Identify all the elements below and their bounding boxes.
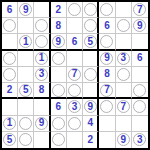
cell-r5c5[interactable]: 7 <box>67 67 83 83</box>
odd-circle <box>68 84 81 97</box>
cell-r7c3[interactable] <box>34 99 50 115</box>
odd-circle: 9 <box>52 35 65 48</box>
odd-circle <box>100 100 113 113</box>
cell-digit: 4 <box>87 118 93 128</box>
cell-digit: 8 <box>104 69 110 79</box>
cell-r4c7[interactable]: 9 <box>99 51 115 67</box>
cell-digit: 6 <box>104 21 110 31</box>
cell-r4c6[interactable] <box>83 51 99 67</box>
odd-circle: 1 <box>19 35 32 48</box>
sudoku-board: 692786919651936378258763971945293 <box>0 0 150 150</box>
cell-r6c4[interactable] <box>51 83 67 99</box>
cell-digit: 3 <box>137 135 143 145</box>
cell-r7c9[interactable] <box>132 99 148 115</box>
cell-r9c7[interactable] <box>99 132 115 148</box>
cell-r1c8[interactable] <box>116 2 132 18</box>
cell-digit: 1 <box>23 37 29 47</box>
cell-r6c5[interactable] <box>67 83 83 99</box>
cell-r4c1[interactable] <box>2 51 18 67</box>
cell-r6c7[interactable]: 7 <box>99 83 115 99</box>
cell-digit: 9 <box>55 37 61 47</box>
cell-r5c8[interactable] <box>116 67 132 83</box>
cell-r9c8[interactable]: 9 <box>116 132 132 148</box>
cell-r8c8[interactable] <box>116 116 132 132</box>
cell-r7c4[interactable]: 6 <box>51 99 67 115</box>
cell-r9c1[interactable]: 5 <box>2 132 18 148</box>
odd-circle: 3 <box>35 68 48 81</box>
cell-digit: 5 <box>87 37 93 47</box>
cell-r4c8[interactable]: 3 <box>116 51 132 67</box>
cell-r4c9[interactable]: 6 <box>132 51 148 67</box>
odd-circle: 5 <box>3 133 16 146</box>
odd-circle <box>3 52 16 65</box>
cell-r7c5[interactable]: 3 <box>67 99 83 115</box>
cell-digit: 5 <box>7 135 13 145</box>
cell-digit: 1 <box>39 53 45 63</box>
cell-digit: 2 <box>7 85 13 95</box>
odd-circle <box>3 68 16 81</box>
odd-circle: 9 <box>19 3 32 16</box>
odd-circle <box>52 117 65 130</box>
cell-digit: 9 <box>104 53 110 63</box>
cell-r9c4[interactable] <box>51 132 67 148</box>
cell-r2c7[interactable]: 6 <box>99 18 115 34</box>
odd-circle: 5 <box>84 35 97 48</box>
odd-circle: 9 <box>84 100 97 113</box>
cell-r8c4[interactable] <box>51 116 67 132</box>
odd-circle: 9 <box>117 133 130 146</box>
cell-digit: 7 <box>104 85 110 95</box>
odd-circle: 3 <box>133 133 146 146</box>
cell-digit: 7 <box>72 69 78 79</box>
cell-r1c5[interactable] <box>67 2 83 18</box>
cell-r7c2[interactable] <box>18 99 34 115</box>
cell-r5c4[interactable] <box>51 67 67 83</box>
odd-circle <box>3 19 16 32</box>
odd-circle: 3 <box>68 100 81 113</box>
cell-r6c1[interactable]: 2 <box>2 83 18 99</box>
cell-r8c9[interactable] <box>132 116 148 132</box>
cell-r1c2[interactable]: 9 <box>18 2 34 18</box>
cell-r2c2[interactable] <box>18 18 34 34</box>
cell-digit: 6 <box>55 102 61 112</box>
odd-circle: 7 <box>100 84 113 97</box>
cell-r2c4[interactable]: 8 <box>51 18 67 34</box>
cell-r9c6[interactable]: 2 <box>83 132 99 148</box>
cell-r4c2[interactable] <box>18 51 34 67</box>
cell-r5c9[interactable] <box>132 67 148 83</box>
odd-circle: 1 <box>3 117 16 130</box>
odd-circle <box>84 19 97 32</box>
cell-r1c9[interactable]: 7 <box>132 2 148 18</box>
odd-circle <box>68 117 81 130</box>
cell-r5c1[interactable] <box>2 67 18 83</box>
cell-digit: 6 <box>7 5 13 15</box>
odd-circle: 9 <box>35 117 48 130</box>
odd-circle <box>100 3 113 16</box>
cell-r1c7[interactable] <box>99 2 115 18</box>
odd-circle: 9 <box>100 52 113 65</box>
cell-r1c1[interactable]: 6 <box>2 2 18 18</box>
odd-circle <box>117 19 130 32</box>
cell-r4c3[interactable]: 1 <box>34 51 50 67</box>
odd-circle <box>68 3 81 16</box>
odd-circle <box>84 68 97 81</box>
cell-digit: 2 <box>55 5 61 15</box>
cell-r8c3[interactable]: 9 <box>34 116 50 132</box>
cell-r6c9[interactable] <box>132 83 148 99</box>
cell-digit: 1 <box>7 118 13 128</box>
cell-r1c4[interactable]: 2 <box>51 2 67 18</box>
cell-digit: 7 <box>120 102 126 112</box>
cell-r1c6[interactable] <box>83 2 99 18</box>
cell-r8c2[interactable] <box>18 116 34 132</box>
cell-digit: 9 <box>87 102 93 112</box>
cell-r7c7[interactable] <box>99 99 115 115</box>
cell-r3c4[interactable]: 9 <box>51 34 67 50</box>
cell-digit: 9 <box>39 118 45 128</box>
odd-circle <box>133 100 146 113</box>
cell-r7c1[interactable] <box>2 99 18 115</box>
cell-digit: 3 <box>72 102 78 112</box>
odd-circle <box>35 35 48 48</box>
cell-r8c7[interactable] <box>99 116 115 132</box>
odd-circle <box>52 84 65 97</box>
cell-r5c3[interactable]: 3 <box>34 67 50 83</box>
odd-circle <box>133 84 146 97</box>
cell-digit: 3 <box>39 69 45 79</box>
odd-circle: 7 <box>68 68 81 81</box>
odd-circle <box>52 52 65 65</box>
odd-circle: 7 <box>117 100 130 113</box>
odd-circle <box>52 133 65 146</box>
cell-digit: 8 <box>55 21 61 31</box>
cell-r3c9[interactable] <box>132 34 148 50</box>
cell-r3c7[interactable] <box>99 34 115 50</box>
cell-r3c8[interactable] <box>116 34 132 50</box>
cell-r6c6[interactable] <box>83 83 99 99</box>
odd-circle <box>100 35 113 48</box>
cell-digit: 5 <box>23 85 29 95</box>
cell-digit: 6 <box>72 37 78 47</box>
odd-circle <box>19 117 32 130</box>
odd-circle: 1 <box>35 52 48 65</box>
cell-r3c2[interactable]: 1 <box>18 34 34 50</box>
cell-r5c7[interactable]: 8 <box>99 67 115 83</box>
cell-digit: 9 <box>23 5 29 15</box>
cell-r9c5[interactable] <box>67 132 83 148</box>
cell-digit: 7 <box>137 5 143 15</box>
cell-r8c6[interactable]: 4 <box>83 116 99 132</box>
odd-circle <box>19 133 32 146</box>
cell-r2c8[interactable] <box>116 18 132 34</box>
odd-circle: 5 <box>19 84 32 97</box>
cell-r6c3[interactable]: 8 <box>34 83 50 99</box>
cell-r2c3[interactable] <box>34 18 50 34</box>
odd-circle: 9 <box>133 19 146 32</box>
cell-r8c5[interactable] <box>67 116 83 132</box>
cell-r1c3[interactable] <box>34 2 50 18</box>
cell-r2c6[interactable] <box>83 18 99 34</box>
cell-r2c1[interactable] <box>2 18 18 34</box>
cell-r2c9[interactable]: 9 <box>132 18 148 34</box>
cell-r6c8[interactable] <box>116 83 132 99</box>
cell-r5c6[interactable] <box>83 67 99 83</box>
cell-r9c3[interactable] <box>34 132 50 148</box>
cell-r8c1[interactable]: 1 <box>2 116 18 132</box>
odd-circle <box>117 68 130 81</box>
cell-r9c9[interactable]: 3 <box>132 132 148 148</box>
cell-r5c2[interactable] <box>18 67 34 83</box>
cell-r6c2[interactable]: 5 <box>18 83 34 99</box>
cell-r4c5[interactable] <box>67 51 83 67</box>
cell-digit: 3 <box>120 53 126 63</box>
odd-circle <box>84 3 97 16</box>
cell-r3c3[interactable] <box>34 34 50 50</box>
cell-r7c8[interactable]: 7 <box>116 99 132 115</box>
cell-r4c4[interactable] <box>51 51 67 67</box>
cell-digit: 6 <box>137 53 143 63</box>
odd-circle: 3 <box>117 52 130 65</box>
cell-digit: 9 <box>137 21 143 31</box>
cell-digit: 8 <box>39 85 45 95</box>
cell-r7c6[interactable]: 9 <box>83 99 99 115</box>
cell-r3c6[interactable]: 5 <box>83 34 99 50</box>
cell-digit: 2 <box>87 135 93 145</box>
cell-r2c5[interactable] <box>67 18 83 34</box>
cell-r9c2[interactable] <box>18 132 34 148</box>
cell-r3c1[interactable] <box>2 34 18 50</box>
odd-circle <box>35 19 48 32</box>
odd-circle: 7 <box>133 3 146 16</box>
cell-digit: 9 <box>120 135 126 145</box>
cell-r3c5[interactable]: 6 <box>67 34 83 50</box>
